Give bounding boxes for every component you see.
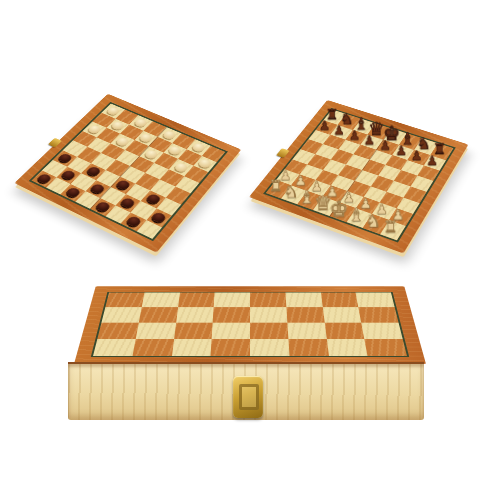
lid-square-r2c0 xyxy=(97,323,138,339)
gold-latch-icon xyxy=(233,376,263,418)
chess-piece-white-knight-b1: ♞ xyxy=(284,184,299,201)
lid-square-r1c2 xyxy=(176,307,214,322)
view-box-closed xyxy=(62,272,438,432)
lid-square-r3c5 xyxy=(288,339,328,356)
chess-board: ♜♞♝♛♚♝♞♜♟♟♟♟♟♟♟♟♟♟♟♟♟♟♟♟♜♞♝♛♚♝♞♜ xyxy=(249,100,468,254)
chess-piece-black-pawn-h7: ♟ xyxy=(427,154,439,167)
lid-square-r0c3 xyxy=(214,292,250,307)
chess-piece-black-pawn-a7: ♟ xyxy=(319,119,330,131)
lid-square-r2c2 xyxy=(174,323,213,339)
lid-square-r3c4 xyxy=(250,339,289,356)
lid-square-r3c3 xyxy=(211,339,250,356)
chess-square-f4 xyxy=(371,175,394,191)
lid-square-r0c2 xyxy=(178,292,215,307)
gold-latch-keeper xyxy=(239,384,259,410)
chess-piece-white-knight-g1: ♞ xyxy=(365,213,380,230)
checker-light-f7 xyxy=(167,145,183,156)
lid-square-r3c7 xyxy=(364,339,407,356)
lid-square-r0c0 xyxy=(105,292,144,307)
lid-square-r3c1 xyxy=(132,339,173,356)
lid-grid xyxy=(93,292,407,356)
lid-square-r0c6 xyxy=(320,292,358,307)
checkers-board xyxy=(14,94,241,253)
chess-piece-white-rook-a1: ♜ xyxy=(269,179,283,194)
lid-square-r0c7 xyxy=(356,292,395,307)
checker-dark-e3 xyxy=(114,179,131,191)
lid-square-r0c4 xyxy=(250,292,286,307)
checkers-grid xyxy=(32,104,226,239)
chess-piece-white-king-e1: ♚ xyxy=(329,198,348,219)
product-photo: ♜♞♝♛♚♝♞♜♟♟♟♟♟♟♟♟♟♟♟♟♟♟♟♟♜♞♝♛♚♝♞♜ xyxy=(0,0,500,500)
lid-square-r3c0 xyxy=(93,339,136,356)
box-lid xyxy=(74,286,426,364)
lid-square-r2c3 xyxy=(212,323,250,339)
view-checkers-open xyxy=(0,36,260,296)
chess-piece-white-bishop-f1: ♝ xyxy=(348,206,364,224)
chess-piece-white-rook-h1: ♜ xyxy=(383,220,397,236)
lid-square-r1c5 xyxy=(286,307,324,322)
lid-square-r2c5 xyxy=(287,323,326,339)
chess-piece-black-pawn-f7: ♟ xyxy=(395,144,406,157)
chess-piece-white-bishop-c1: ♝ xyxy=(299,189,315,207)
lid-square-r3c6 xyxy=(326,339,367,356)
checkers-square-f5 xyxy=(145,162,169,179)
lid-square-r1c7 xyxy=(358,307,398,322)
lid-square-r1c3 xyxy=(213,307,250,322)
lid-square-r1c4 xyxy=(250,307,287,322)
checker-light-e6 xyxy=(143,149,159,160)
lid-square-r2c1 xyxy=(136,323,176,339)
checkers-square-h6 xyxy=(184,165,208,182)
lid-square-r3c2 xyxy=(171,339,211,356)
gold-side-clasp-icon xyxy=(48,137,62,147)
checker-dark-a3 xyxy=(57,153,74,164)
lid-square-r0c1 xyxy=(142,292,180,307)
lid-square-r1c1 xyxy=(139,307,178,322)
lid-square-r1c0 xyxy=(101,307,141,322)
checker-dark-a1 xyxy=(35,173,52,185)
chess-piece-black-pawn-g7: ♟ xyxy=(411,149,423,162)
lid-square-r1c6 xyxy=(322,307,361,322)
chess-piece-black-pawn-b7: ♟ xyxy=(334,124,345,136)
chess-piece-black-pawn-c7: ♟ xyxy=(349,129,360,142)
chess-piece-black-pawn-d7: ♟ xyxy=(364,134,375,147)
box-lid-perspective xyxy=(70,272,430,367)
lid-square-r2c7 xyxy=(361,323,402,339)
chess-piece-black-pawn-e7: ♟ xyxy=(379,139,390,152)
lid-square-r0c5 xyxy=(285,292,322,307)
checker-light-h7 xyxy=(197,158,213,169)
checkers-square-h8 xyxy=(202,146,226,162)
checker-light-g6 xyxy=(173,162,189,174)
lid-square-r2c4 xyxy=(250,323,288,339)
view-chess-open: ♜♞♝♛♚♝♞♜♟♟♟♟♟♟♟♟♟♟♟♟♟♟♟♟♜♞♝♛♚♝♞♜ xyxy=(232,40,492,300)
gold-side-clasp-icon xyxy=(276,148,290,158)
checkers-square-g8 xyxy=(187,139,210,155)
lid-square-r2c6 xyxy=(324,323,364,339)
